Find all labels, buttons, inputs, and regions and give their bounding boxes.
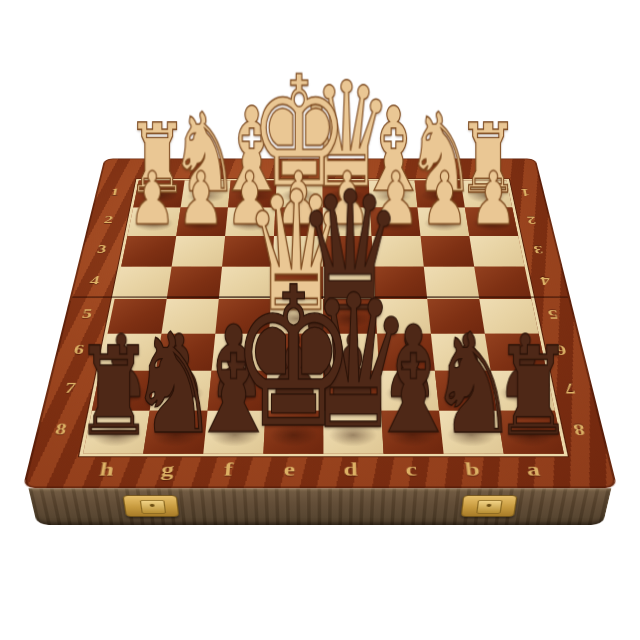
piece-white-pawn-b2[interactable]: ♟ <box>421 165 468 234</box>
square-a8[interactable]: ♜ <box>497 411 564 454</box>
piece-white-pawn-g2[interactable]: ♟ <box>177 165 224 234</box>
file-label-h: h <box>73 454 140 488</box>
file-label-d: d <box>320 454 382 488</box>
rank-label-left-2: 2 <box>88 214 130 226</box>
square-h2[interactable]: ♟ <box>127 207 180 236</box>
square-g3[interactable] <box>172 236 225 266</box>
rank-label-left-1: 1 <box>95 187 135 198</box>
chess-board: ♜♞♝♚♛♝♞♜♟♟♟♟♟♟♟♟♛♛♟♟♟♟♟♟♟♟♜♞♝♚♛♝♞♜ 12345… <box>23 158 618 488</box>
file-label-e: e <box>258 454 320 488</box>
clasp-right <box>460 495 517 516</box>
piece-black-rook-a8[interactable]: ♜ <box>494 335 573 451</box>
product-photo-canvas: ♜♞♝♚♛♝♞♜♟♟♟♟♟♟♟♟♛♛♟♟♟♟♟♟♟♟♜♞♝♚♛♝♞♜ 12345… <box>0 0 640 640</box>
clasp-left <box>123 495 180 516</box>
square-c8[interactable]: ♝ <box>381 411 443 454</box>
square-g2[interactable]: ♟ <box>176 207 228 236</box>
piece-white-pawn-h2[interactable]: ♟ <box>129 165 176 234</box>
square-a4[interactable] <box>474 266 531 298</box>
file-label-a: a <box>500 454 567 488</box>
square-h4[interactable] <box>115 266 172 298</box>
piece-white-pawn-a2[interactable]: ♟ <box>470 165 517 234</box>
square-h3[interactable] <box>121 236 176 266</box>
square-b3[interactable] <box>421 236 475 266</box>
square-h8[interactable]: ♜ <box>83 411 150 454</box>
rank-label-left-3: 3 <box>80 243 123 256</box>
rank-label-right-4: 4 <box>523 274 567 288</box>
square-a3[interactable] <box>469 236 524 266</box>
file-label-f: f <box>196 454 260 488</box>
piece-black-bishop-c8[interactable]: ♝ <box>366 310 461 450</box>
rank-label-right-1: 1 <box>505 187 545 198</box>
file-label-b: b <box>440 454 505 488</box>
file-label-g: g <box>134 454 199 488</box>
scene: ♜♞♝♚♛♝♞♜♟♟♟♟♟♟♟♟♛♛♟♟♟♟♟♟♟♟♜♞♝♚♛♝♞♜ 12345… <box>0 0 640 640</box>
square-a2[interactable]: ♟ <box>465 207 518 236</box>
rank-label-right-2: 2 <box>511 214 553 226</box>
rank-label-left-4: 4 <box>72 274 116 288</box>
file-label-c: c <box>380 454 444 488</box>
board-grid: ♜♞♝♚♛♝♞♜♟♟♟♟♟♟♟♟♛♛♟♟♟♟♟♟♟♟♜♞♝♚♛♝♞♜ <box>79 179 568 456</box>
clasp-plate <box>476 500 503 514</box>
rank-label-right-3: 3 <box>517 243 560 256</box>
piece-black-king-e8[interactable]: ♚ <box>231 267 356 451</box>
square-b2[interactable]: ♟ <box>417 207 469 236</box>
board-front-edge <box>28 488 611 525</box>
square-e8[interactable]: ♚ <box>263 411 323 454</box>
piece-black-rook-h8[interactable]: ♜ <box>74 335 153 451</box>
